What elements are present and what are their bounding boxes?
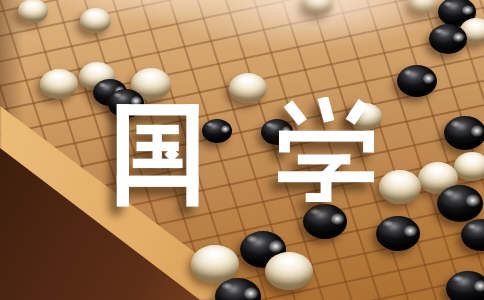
white-stone bbox=[229, 73, 267, 103]
black-stone bbox=[303, 204, 347, 239]
black-stone bbox=[446, 271, 484, 300]
xue-character bbox=[277, 97, 376, 208]
white-stone bbox=[40, 69, 78, 99]
white-stone bbox=[18, 0, 48, 23]
stones-layer bbox=[0, 0, 484, 300]
white-stone bbox=[191, 245, 239, 283]
guo-character bbox=[113, 100, 207, 207]
white-stone bbox=[265, 252, 313, 290]
black-stone bbox=[437, 185, 483, 222]
white-stone bbox=[80, 8, 111, 33]
go-board-photo: 国学 bbox=[0, 0, 484, 300]
black-stone bbox=[429, 24, 467, 54]
black-stone bbox=[461, 219, 484, 251]
black-stone bbox=[397, 65, 437, 97]
white-stone bbox=[454, 152, 484, 181]
black-stone bbox=[444, 116, 484, 150]
white-stone bbox=[303, 0, 333, 15]
white-stone bbox=[379, 170, 421, 204]
white-stone bbox=[409, 0, 437, 14]
black-stone bbox=[376, 216, 420, 251]
